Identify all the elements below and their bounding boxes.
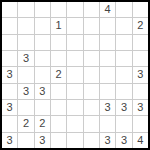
cell-r3c6[interactable] <box>84 35 99 50</box>
cell-r4c5[interactable] <box>67 51 82 66</box>
cell-r7c5[interactable] <box>67 100 82 115</box>
cell-r8c2: 2 <box>18 116 33 131</box>
cell-r3c3[interactable] <box>35 35 50 50</box>
cell-r4c1[interactable] <box>2 51 17 66</box>
cell-r8c6[interactable] <box>84 116 99 131</box>
cell-r8c3: 2 <box>35 116 50 131</box>
cell-r9c7: 3 <box>100 133 115 148</box>
cell-r4c8[interactable] <box>116 51 131 66</box>
cell-r6c1[interactable] <box>2 84 17 99</box>
cell-r4c9[interactable] <box>133 51 148 66</box>
cell-r3c1[interactable] <box>2 35 17 50</box>
cell-r5c1: 3 <box>2 67 17 82</box>
cell-r5c7[interactable] <box>100 67 115 82</box>
cell-r6c5[interactable] <box>67 84 82 99</box>
cell-r3c4[interactable] <box>51 35 66 50</box>
cell-r2c6[interactable] <box>84 18 99 33</box>
cell-r6c9[interactable] <box>133 84 148 99</box>
cell-r5c9: 3 <box>133 67 148 82</box>
cell-r1c7: 4 <box>100 2 115 17</box>
cell-r4c7[interactable] <box>100 51 115 66</box>
cell-r7c7: 3 <box>100 100 115 115</box>
cell-r9c4[interactable] <box>51 133 66 148</box>
cell-r5c2[interactable] <box>18 67 33 82</box>
cell-r8c8[interactable] <box>116 116 131 131</box>
cell-r7c1: 3 <box>2 100 17 115</box>
cell-r7c4[interactable] <box>51 100 66 115</box>
cell-r3c8[interactable] <box>116 35 131 50</box>
cell-r9c6[interactable] <box>84 133 99 148</box>
cell-r4c6[interactable] <box>84 51 99 66</box>
cell-r5c4: 2 <box>51 67 66 82</box>
cell-r1c6[interactable] <box>84 2 99 17</box>
cell-r4c4[interactable] <box>51 51 66 66</box>
cell-r9c1: 3 <box>2 133 17 148</box>
cell-r1c1[interactable] <box>2 2 17 17</box>
cell-r6c3: 3 <box>35 84 50 99</box>
cell-r8c4[interactable] <box>51 116 66 131</box>
cell-r3c9[interactable] <box>133 35 148 50</box>
cell-r7c8: 3 <box>116 100 131 115</box>
cell-r4c3[interactable] <box>35 51 50 66</box>
cell-r6c4[interactable] <box>51 84 66 99</box>
cell-r6c7[interactable] <box>100 84 115 99</box>
cell-r3c7[interactable] <box>100 35 115 50</box>
cell-r6c6[interactable] <box>84 84 99 99</box>
cell-r2c8[interactable] <box>116 18 131 33</box>
cell-r2c3[interactable] <box>35 18 50 33</box>
cell-r8c1[interactable] <box>2 116 17 131</box>
cell-r1c8[interactable] <box>116 2 131 17</box>
cell-r7c2[interactable] <box>18 100 33 115</box>
cell-r9c3: 3 <box>35 133 50 148</box>
cell-r1c9[interactable] <box>133 2 148 17</box>
cell-r5c3[interactable] <box>35 67 50 82</box>
cell-r6c2: 3 <box>18 84 33 99</box>
cell-r8c5[interactable] <box>67 116 82 131</box>
cell-r2c4: 1 <box>51 18 66 33</box>
cell-r5c5[interactable] <box>67 67 82 82</box>
cell-r8c7[interactable] <box>100 116 115 131</box>
cell-r7c3[interactable] <box>35 100 50 115</box>
cell-r5c6[interactable] <box>84 67 99 82</box>
cell-r3c2[interactable] <box>18 35 33 50</box>
cell-r2c5[interactable] <box>67 18 82 33</box>
cell-r5c8[interactable] <box>116 67 131 82</box>
cell-r7c9: 3 <box>133 100 148 115</box>
cell-r1c4[interactable] <box>51 2 66 17</box>
cell-r1c3[interactable] <box>35 2 50 17</box>
puzzle-board: 41233233333332233334 <box>0 0 150 150</box>
cell-r2c9: 2 <box>133 18 148 33</box>
cell-r7c6[interactable] <box>84 100 99 115</box>
cell-r9c9: 4 <box>133 133 148 148</box>
cell-r1c2[interactable] <box>18 2 33 17</box>
cell-r9c8: 3 <box>116 133 131 148</box>
cell-r1c5[interactable] <box>67 2 82 17</box>
cell-r4c2: 3 <box>18 51 33 66</box>
cell-r2c2[interactable] <box>18 18 33 33</box>
cell-r2c7[interactable] <box>100 18 115 33</box>
cell-r3c5[interactable] <box>67 35 82 50</box>
cell-r9c5[interactable] <box>67 133 82 148</box>
cell-r2c1[interactable] <box>2 18 17 33</box>
cell-r8c9[interactable] <box>133 116 148 131</box>
cell-r6c8[interactable] <box>116 84 131 99</box>
cell-r9c2[interactable] <box>18 133 33 148</box>
